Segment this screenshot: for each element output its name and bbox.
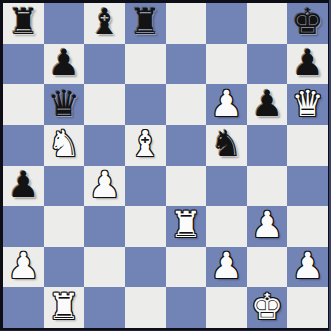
piece-white-rook[interactable]: ♜ [170, 207, 202, 243]
square-b2[interactable] [44, 247, 85, 288]
square-d2[interactable] [125, 247, 166, 288]
piece-white-bishop[interactable]: ♝ [129, 126, 161, 162]
square-d8[interactable]: ♜ [125, 3, 166, 44]
square-a2[interactable]: ♟ [3, 247, 44, 288]
square-h4[interactable] [287, 166, 328, 207]
square-c7[interactable] [84, 44, 125, 85]
square-a4[interactable]: ♟ [3, 166, 44, 207]
square-a6[interactable] [3, 84, 44, 125]
piece-white-pawn[interactable]: ♟ [7, 248, 39, 284]
piece-white-pawn[interactable]: ♟ [210, 248, 242, 284]
square-g5[interactable] [247, 125, 288, 166]
piece-black-queen[interactable]: ♛ [48, 86, 80, 122]
square-f8[interactable] [206, 3, 247, 44]
square-b7[interactable]: ♟ [44, 44, 85, 85]
piece-white-king[interactable]: ♚ [251, 289, 283, 325]
square-h3[interactable] [287, 206, 328, 247]
chess-board-frame: ♜♝♜♚♟♟♛♟♟♛♞♝♞♟♟♜♟♟♟♟♜♚ [0, 0, 331, 331]
piece-white-pawn[interactable]: ♟ [210, 86, 242, 122]
square-h8[interactable]: ♚ [287, 3, 328, 44]
chess-board: ♜♝♜♚♟♟♛♟♟♛♞♝♞♟♟♜♟♟♟♟♜♚ [3, 3, 328, 328]
piece-black-pawn[interactable]: ♟ [292, 45, 324, 81]
square-h6[interactable]: ♛ [287, 84, 328, 125]
square-b8[interactable] [44, 3, 85, 44]
square-f7[interactable] [206, 44, 247, 85]
piece-white-rook[interactable]: ♜ [48, 289, 80, 325]
piece-white-queen[interactable]: ♛ [292, 86, 324, 122]
piece-black-knight[interactable]: ♞ [210, 126, 242, 162]
square-d6[interactable] [125, 84, 166, 125]
piece-white-pawn[interactable]: ♟ [292, 248, 324, 284]
piece-black-pawn[interactable]: ♟ [251, 86, 283, 122]
square-d1[interactable] [125, 287, 166, 328]
square-d4[interactable] [125, 166, 166, 207]
square-g1[interactable]: ♚ [247, 287, 288, 328]
square-h1[interactable] [287, 287, 328, 328]
square-c4[interactable]: ♟ [84, 166, 125, 207]
square-b6[interactable]: ♛ [44, 84, 85, 125]
square-e5[interactable] [166, 125, 207, 166]
square-e4[interactable] [166, 166, 207, 207]
piece-white-knight[interactable]: ♞ [48, 126, 80, 162]
square-f1[interactable] [206, 287, 247, 328]
square-b1[interactable]: ♜ [44, 287, 85, 328]
square-g7[interactable] [247, 44, 288, 85]
square-d3[interactable] [125, 206, 166, 247]
piece-black-bishop[interactable]: ♝ [88, 4, 120, 40]
square-b5[interactable]: ♞ [44, 125, 85, 166]
square-g3[interactable]: ♟ [247, 206, 288, 247]
square-g4[interactable] [247, 166, 288, 207]
square-f5[interactable]: ♞ [206, 125, 247, 166]
square-f2[interactable]: ♟ [206, 247, 247, 288]
square-b3[interactable] [44, 206, 85, 247]
piece-black-king[interactable]: ♚ [292, 4, 324, 40]
square-e6[interactable] [166, 84, 207, 125]
square-c5[interactable] [84, 125, 125, 166]
square-h7[interactable]: ♟ [287, 44, 328, 85]
square-e7[interactable] [166, 44, 207, 85]
square-d5[interactable]: ♝ [125, 125, 166, 166]
square-f4[interactable] [206, 166, 247, 207]
square-e3[interactable]: ♜ [166, 206, 207, 247]
piece-white-pawn[interactable]: ♟ [251, 207, 283, 243]
square-c3[interactable] [84, 206, 125, 247]
square-a1[interactable] [3, 287, 44, 328]
square-f6[interactable]: ♟ [206, 84, 247, 125]
piece-black-rook[interactable]: ♜ [129, 4, 161, 40]
square-c6[interactable] [84, 84, 125, 125]
square-f3[interactable] [206, 206, 247, 247]
square-g2[interactable] [247, 247, 288, 288]
square-e8[interactable] [166, 3, 207, 44]
square-g6[interactable]: ♟ [247, 84, 288, 125]
piece-white-pawn[interactable]: ♟ [88, 167, 120, 203]
piece-black-rook[interactable]: ♜ [7, 4, 39, 40]
square-c8[interactable]: ♝ [84, 3, 125, 44]
square-a5[interactable] [3, 125, 44, 166]
square-e1[interactable] [166, 287, 207, 328]
piece-black-pawn[interactable]: ♟ [7, 167, 39, 203]
square-c2[interactable] [84, 247, 125, 288]
square-d7[interactable] [125, 44, 166, 85]
piece-black-pawn[interactable]: ♟ [48, 45, 80, 81]
square-b4[interactable] [44, 166, 85, 207]
square-e2[interactable] [166, 247, 207, 288]
square-h5[interactable] [287, 125, 328, 166]
square-c1[interactable] [84, 287, 125, 328]
square-a3[interactable] [3, 206, 44, 247]
square-a8[interactable]: ♜ [3, 3, 44, 44]
square-a7[interactable] [3, 44, 44, 85]
square-g8[interactable] [247, 3, 288, 44]
square-h2[interactable]: ♟ [287, 247, 328, 288]
